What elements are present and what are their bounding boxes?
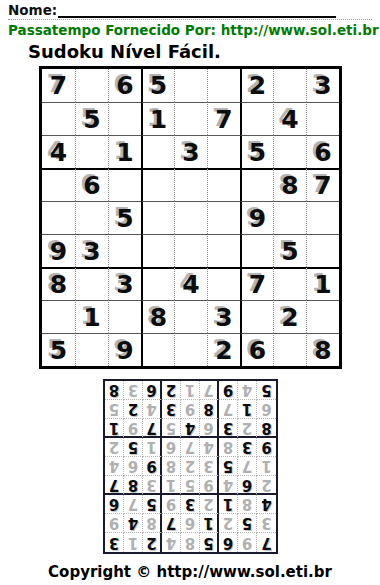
solution-cell: 7	[181, 438, 200, 457]
solution-cell: 3	[162, 400, 181, 419]
solution-cell: 5	[238, 514, 257, 533]
puzzle-cell[interactable]: 2	[240, 69, 273, 102]
puzzle-cell[interactable]	[306, 102, 339, 135]
solution-cell: 9	[181, 400, 200, 419]
page-title: Sudoku Nível Fácil.	[28, 42, 372, 62]
puzzle-cell[interactable]	[273, 333, 306, 366]
puzzle-cell[interactable]	[240, 234, 273, 267]
solution-cell: 8	[143, 514, 162, 533]
puzzle-cell[interactable]: 5	[42, 333, 75, 366]
name-line: Nome:	[8, 3, 372, 20]
solution-cell: 8	[105, 381, 124, 400]
solution-grid-upside-down: 7965842133521678494812395762649513871753…	[103, 379, 278, 554]
puzzle-cell[interactable]	[273, 201, 306, 234]
solution-cell: 6	[200, 419, 219, 438]
solution-cell: 3	[143, 476, 162, 495]
solution-cell: 6	[238, 476, 257, 495]
puzzle-cell[interactable]	[207, 234, 240, 267]
puzzle-cell[interactable]	[108, 234, 141, 267]
puzzle-cell[interactable]	[273, 267, 306, 300]
solution-cell: 7	[200, 381, 219, 400]
solution-cell: 2	[124, 400, 143, 419]
puzzle-cell[interactable]: 8	[141, 300, 174, 333]
puzzle-cell[interactable]	[207, 135, 240, 168]
puzzle-cell[interactable]	[207, 201, 240, 234]
puzzle-cell[interactable]	[240, 168, 273, 201]
puzzle-cell[interactable]	[141, 168, 174, 201]
solution-cell: 6	[124, 457, 143, 476]
puzzle-cell[interactable]: 2	[273, 300, 306, 333]
solution-cell: 5	[143, 495, 162, 514]
solution-cell: 4	[143, 400, 162, 419]
puzzle-cell[interactable]: 6	[240, 333, 273, 366]
puzzle-cell[interactable]	[42, 168, 75, 201]
puzzle-cell[interactable]: 5	[75, 102, 108, 135]
solution-cell: 7	[257, 533, 276, 552]
puzzle-cell[interactable]	[141, 135, 174, 168]
solution-cell: 5	[162, 419, 181, 438]
puzzle-cell[interactable]: 3	[306, 69, 339, 102]
puzzle-cell[interactable]: 9	[240, 201, 273, 234]
puzzle-cell[interactable]: 5	[108, 201, 141, 234]
solution-cell: 6	[162, 438, 181, 457]
puzzle-cell[interactable]: 1	[141, 102, 174, 135]
name-label: Nome:	[8, 3, 57, 18]
puzzle-cell[interactable]: 7	[306, 168, 339, 201]
solution-cell: 2	[143, 533, 162, 552]
solution-cell: 6	[257, 400, 276, 419]
puzzle-cell[interactable]	[174, 201, 207, 234]
solution-cell: 1	[219, 495, 238, 514]
puzzle-cell[interactable]: 4	[42, 135, 75, 168]
puzzle-cell[interactable]	[42, 300, 75, 333]
solution-cell: 7	[105, 476, 124, 495]
puzzle-cell[interactable]: 1	[306, 267, 339, 300]
puzzle-cell[interactable]	[141, 333, 174, 366]
puzzle-cell[interactable]	[174, 168, 207, 201]
puzzle-cell[interactable]	[108, 168, 141, 201]
solution-cell: 8	[162, 457, 181, 476]
solution-cell: 7	[162, 514, 181, 533]
solution-cell: 2	[238, 419, 257, 438]
solution-cell: 1	[257, 457, 276, 476]
solution-cell: 4	[219, 476, 238, 495]
solution-cell: 6	[105, 495, 124, 514]
puzzle-cell[interactable]: 8	[42, 267, 75, 300]
solution-cell: 1	[238, 400, 257, 419]
puzzle-cell[interactable]	[42, 102, 75, 135]
solution-cell: 1	[200, 514, 219, 533]
puzzle-cell[interactable]	[108, 102, 141, 135]
solution-cell: 6	[143, 381, 162, 400]
puzzle-cell[interactable]	[273, 69, 306, 102]
solution-cell: 2	[181, 457, 200, 476]
solution-cell: 7	[238, 457, 257, 476]
puzzle-cell[interactable]	[273, 135, 306, 168]
puzzle-cell[interactable]	[75, 201, 108, 234]
puzzle-cell[interactable]	[306, 201, 339, 234]
puzzle-cell[interactable]: 5	[141, 69, 174, 102]
header: Nome: Passatempo Fornecido Por: http://w…	[0, 0, 380, 62]
puzzle-cell[interactable]	[306, 300, 339, 333]
puzzle-cell[interactable]: 7	[240, 267, 273, 300]
solution-cell: 3	[257, 514, 276, 533]
solution-cell: 1	[124, 533, 143, 552]
puzzle-cell[interactable]	[306, 234, 339, 267]
solution-cell: 1	[181, 381, 200, 400]
puzzle-cell[interactable]: 9	[42, 234, 75, 267]
puzzle-cell[interactable]	[75, 69, 108, 102]
solution-cell: 1	[105, 419, 124, 438]
puzzle-cell[interactable]	[174, 300, 207, 333]
solution-cell: 9	[105, 514, 124, 533]
puzzle-cell[interactable]: 7	[42, 69, 75, 102]
solution-cell: 3	[124, 381, 143, 400]
puzzle-cell[interactable]	[174, 234, 207, 267]
solution-cell: 8	[181, 533, 200, 552]
solution-cell: 3	[238, 438, 257, 457]
solution-cell: 2	[105, 438, 124, 457]
puzzle-cell[interactable]	[141, 201, 174, 234]
puzzle-cell[interactable]	[174, 69, 207, 102]
solution-cell: 9	[162, 495, 181, 514]
solution-cell: 7	[124, 495, 143, 514]
provider-line: Passatempo Fornecido Por: http://www.sol…	[8, 22, 372, 39]
solution-cell: 2	[200, 495, 219, 514]
puzzle-cell[interactable]	[42, 201, 75, 234]
solution-cell: 7	[143, 419, 162, 438]
worksheet-page: Nome: Passatempo Fornecido Por: http://w…	[0, 0, 380, 585]
puzzle-cell[interactable]	[207, 168, 240, 201]
puzzle-cell[interactable]	[141, 234, 174, 267]
solution-cell: 8	[200, 400, 219, 419]
puzzle-cell[interactable]	[207, 267, 240, 300]
solution-cell: 3	[181, 495, 200, 514]
solution-cell: 5	[181, 476, 200, 495]
puzzle-cell[interactable]	[207, 69, 240, 102]
puzzle-cell[interactable]: 3	[108, 267, 141, 300]
solution-cell: 3	[200, 457, 219, 476]
puzzle-cell[interactable]	[75, 135, 108, 168]
puzzle-cell[interactable]: 6	[108, 69, 141, 102]
puzzle-cell[interactable]: 7	[207, 102, 240, 135]
solution-cell: 1	[162, 476, 181, 495]
solution-cell: 9	[200, 476, 219, 495]
solution-cell: 6	[219, 533, 238, 552]
copyright-text: Copyright © http://www.sol.eti.br	[0, 563, 380, 581]
puzzle-cell[interactable]: 2	[207, 333, 240, 366]
solution-cell: 5	[124, 438, 143, 457]
solution-cell: 1	[143, 438, 162, 457]
puzzle-cell[interactable]: 1	[75, 300, 108, 333]
puzzle-cell[interactable]: 3	[207, 300, 240, 333]
solution-cell: 3	[219, 419, 238, 438]
puzzle-cell[interactable]	[108, 300, 141, 333]
puzzle-cell[interactable]: 3	[75, 234, 108, 267]
solution-cell: 6	[181, 514, 200, 533]
solution-cell: 4	[238, 381, 257, 400]
solution-cell: 9	[124, 419, 143, 438]
puzzle-cell[interactable]: 1	[108, 135, 141, 168]
puzzle-cell[interactable]: 5	[240, 135, 273, 168]
puzzle-cell[interactable]: 6	[75, 168, 108, 201]
solution-cell: 9	[257, 438, 276, 457]
solution-cell: 4	[124, 514, 143, 533]
name-underline[interactable]	[58, 3, 336, 18]
solution-cell: 5	[219, 457, 238, 476]
solution-cell: 7	[219, 400, 238, 419]
puzzle-cell[interactable]	[75, 333, 108, 366]
puzzle-cell[interactable]: 4	[273, 102, 306, 135]
solution-cell: 8	[124, 476, 143, 495]
solution-cell: 3	[105, 533, 124, 552]
solution-cell: 8	[219, 438, 238, 457]
puzzle-cell[interactable]	[174, 333, 207, 366]
puzzle-cell[interactable]	[75, 267, 108, 300]
puzzle-cell[interactable]: 9	[108, 333, 141, 366]
solution-cell: 4	[181, 419, 200, 438]
solution-cell: 5	[105, 400, 124, 419]
puzzle-cell[interactable]: 5	[273, 234, 306, 267]
puzzle-cell[interactable]	[141, 267, 174, 300]
solution-cell: 9	[219, 381, 238, 400]
solution-cell: 5	[257, 381, 276, 400]
solution-cell: 8	[257, 419, 276, 438]
puzzle-cell[interactable]: 4	[174, 267, 207, 300]
solution-cell: 4	[105, 457, 124, 476]
puzzle-cell[interactable]	[174, 102, 207, 135]
solution-cell: 9	[143, 457, 162, 476]
solution-cell: 4	[200, 438, 219, 457]
solution-cell: 4	[162, 533, 181, 552]
solution-cell: 4	[257, 495, 276, 514]
puzzle-cell[interactable]: 6	[306, 135, 339, 168]
puzzle-cell[interactable]: 3	[174, 135, 207, 168]
puzzle-cell[interactable]: 8	[273, 168, 306, 201]
puzzle-cell[interactable]: 8	[306, 333, 339, 366]
solution-cell: 2	[219, 514, 238, 533]
puzzle-cell[interactable]	[240, 102, 273, 135]
solution-cell: 9	[238, 533, 257, 552]
solution-cell: 2	[257, 476, 276, 495]
puzzle-cell[interactable]	[240, 300, 273, 333]
puzzle-grid: 765235174413566875993583471183259268	[39, 66, 342, 369]
solution-cell: 5	[200, 533, 219, 552]
solution-cell: 8	[238, 495, 257, 514]
solution-cell: 2	[162, 381, 181, 400]
